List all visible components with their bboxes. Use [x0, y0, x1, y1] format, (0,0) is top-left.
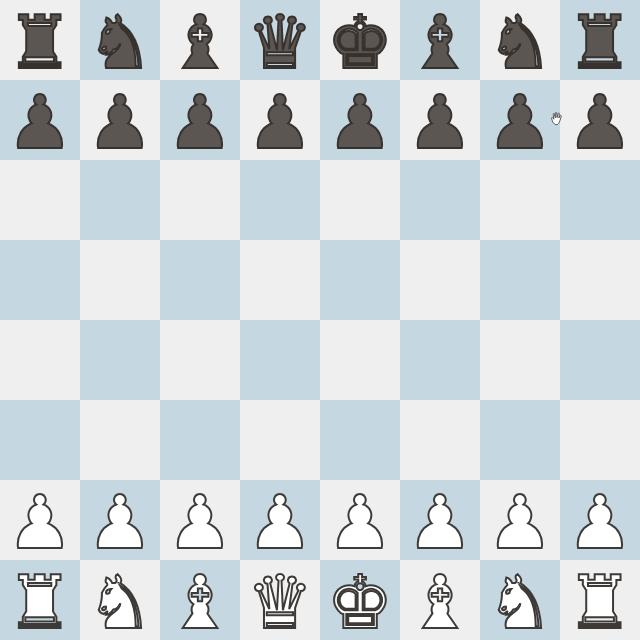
piece-black-pawn[interactable]: ♟ — [160, 82, 240, 160]
piece-white-pawn[interactable]: ♟ — [240, 482, 320, 560]
square-f3[interactable] — [400, 400, 480, 480]
square-d4[interactable] — [240, 320, 320, 400]
square-d7[interactable]: ♟ — [240, 80, 320, 160]
piece-black-pawn[interactable]: ♟ — [560, 82, 640, 160]
piece-white-pawn[interactable]: ♟ — [560, 482, 640, 560]
piece-black-bishop[interactable]: ♝ — [400, 2, 480, 80]
square-c8[interactable]: ♝ — [160, 0, 240, 80]
square-h5[interactable] — [560, 240, 640, 320]
square-b6[interactable] — [80, 160, 160, 240]
piece-white-pawn[interactable]: ♟ — [80, 482, 160, 560]
square-d1[interactable]: ♛ — [240, 560, 320, 640]
square-b3[interactable] — [80, 400, 160, 480]
piece-white-bishop[interactable]: ♝ — [400, 562, 480, 640]
square-c7[interactable]: ♟ — [160, 80, 240, 160]
square-g6[interactable] — [480, 160, 560, 240]
square-c4[interactable] — [160, 320, 240, 400]
square-b5[interactable] — [80, 240, 160, 320]
square-a4[interactable] — [0, 320, 80, 400]
piece-black-queen[interactable]: ♛ — [240, 2, 320, 80]
square-h2[interactable]: ♟ — [560, 480, 640, 560]
square-c2[interactable]: ♟ — [160, 480, 240, 560]
square-h7[interactable]: ♟ — [560, 80, 640, 160]
square-g8[interactable]: ♞ — [480, 0, 560, 80]
piece-white-knight[interactable]: ♞ — [80, 562, 160, 640]
square-d3[interactable] — [240, 400, 320, 480]
square-a8[interactable]: ♜ — [0, 0, 80, 80]
piece-white-pawn[interactable]: ♟ — [320, 482, 400, 560]
piece-white-bishop[interactable]: ♝ — [160, 562, 240, 640]
piece-black-rook[interactable]: ♜ — [0, 2, 80, 80]
square-g2[interactable]: ♟ — [480, 480, 560, 560]
square-e8[interactable]: ♚ — [320, 0, 400, 80]
square-g1[interactable]: ♞ — [480, 560, 560, 640]
piece-white-king[interactable]: ♚ — [320, 562, 400, 640]
square-e5[interactable] — [320, 240, 400, 320]
piece-white-knight[interactable]: ♞ — [480, 562, 560, 640]
piece-white-pawn[interactable]: ♟ — [0, 482, 80, 560]
square-b8[interactable]: ♞ — [80, 0, 160, 80]
square-b4[interactable] — [80, 320, 160, 400]
piece-black-knight[interactable]: ♞ — [480, 2, 560, 80]
square-f2[interactable]: ♟ — [400, 480, 480, 560]
square-c1[interactable]: ♝ — [160, 560, 240, 640]
square-h4[interactable] — [560, 320, 640, 400]
square-e4[interactable] — [320, 320, 400, 400]
square-f5[interactable] — [400, 240, 480, 320]
piece-black-pawn[interactable]: ♟ — [80, 82, 160, 160]
square-h1[interactable]: ♜ — [560, 560, 640, 640]
square-d6[interactable] — [240, 160, 320, 240]
piece-white-queen[interactable]: ♛ — [240, 562, 320, 640]
square-e3[interactable] — [320, 400, 400, 480]
square-a3[interactable] — [0, 400, 80, 480]
square-f7[interactable]: ♟ — [400, 80, 480, 160]
square-f4[interactable] — [400, 320, 480, 400]
piece-black-pawn[interactable]: ♟ — [240, 82, 320, 160]
square-e2[interactable]: ♟ — [320, 480, 400, 560]
square-a7[interactable]: ♟ — [0, 80, 80, 160]
square-h3[interactable] — [560, 400, 640, 480]
piece-black-rook[interactable]: ♜ — [560, 2, 640, 80]
piece-white-pawn[interactable]: ♟ — [480, 482, 560, 560]
piece-white-pawn[interactable]: ♟ — [160, 482, 240, 560]
square-d8[interactable]: ♛ — [240, 0, 320, 80]
square-b2[interactable]: ♟ — [80, 480, 160, 560]
square-e1[interactable]: ♚ — [320, 560, 400, 640]
square-d2[interactable]: ♟ — [240, 480, 320, 560]
piece-black-pawn[interactable]: ♟ — [0, 82, 80, 160]
square-d5[interactable] — [240, 240, 320, 320]
square-a1[interactable]: ♜ — [0, 560, 80, 640]
square-g7[interactable]: ♟ — [480, 80, 560, 160]
piece-black-pawn[interactable]: ♟ — [320, 82, 400, 160]
square-f8[interactable]: ♝ — [400, 0, 480, 80]
piece-black-pawn[interactable]: ♟ — [480, 82, 560, 160]
piece-black-knight[interactable]: ♞ — [80, 2, 160, 80]
square-b1[interactable]: ♞ — [80, 560, 160, 640]
square-e6[interactable] — [320, 160, 400, 240]
chess-board[interactable]: ♜♞♝♛♚♝♞♜♟♟♟♟♟♟♟♟♟♟♟♟♟♟♟♟♜♞♝♛♚♝♞♜ — [0, 0, 640, 640]
square-h8[interactable]: ♜ — [560, 0, 640, 80]
piece-black-bishop[interactable]: ♝ — [160, 2, 240, 80]
square-c5[interactable] — [160, 240, 240, 320]
piece-white-rook[interactable]: ♜ — [560, 562, 640, 640]
square-b7[interactable]: ♟ — [80, 80, 160, 160]
piece-white-rook[interactable]: ♜ — [0, 562, 80, 640]
square-h6[interactable] — [560, 160, 640, 240]
square-a2[interactable]: ♟ — [0, 480, 80, 560]
square-g4[interactable] — [480, 320, 560, 400]
piece-white-pawn[interactable]: ♟ — [400, 482, 480, 560]
square-c3[interactable] — [160, 400, 240, 480]
square-a5[interactable] — [0, 240, 80, 320]
piece-black-pawn[interactable]: ♟ — [400, 82, 480, 160]
square-a6[interactable] — [0, 160, 80, 240]
square-f1[interactable]: ♝ — [400, 560, 480, 640]
square-c6[interactable] — [160, 160, 240, 240]
square-f6[interactable] — [400, 160, 480, 240]
square-g3[interactable] — [480, 400, 560, 480]
square-g5[interactable] — [480, 240, 560, 320]
square-e7[interactable]: ♟ — [320, 80, 400, 160]
piece-black-king[interactable]: ♚ — [320, 2, 400, 80]
